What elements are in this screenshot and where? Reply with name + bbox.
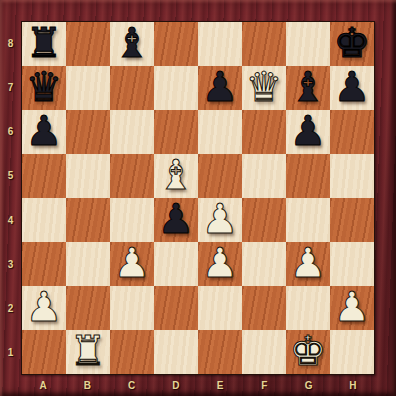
square-g8[interactable] [286, 22, 330, 66]
square-f6[interactable] [242, 110, 286, 154]
square-b2[interactable] [66, 286, 110, 330]
square-e6[interactable] [198, 110, 242, 154]
file-label-g: G [287, 375, 331, 396]
square-f3[interactable] [242, 242, 286, 286]
rank-label-8: 8 [0, 21, 21, 65]
white-pawn-piece[interactable]: ♟ [114, 243, 151, 284]
square-b6[interactable] [66, 110, 110, 154]
square-f1[interactable] [242, 330, 286, 374]
file-label-e: E [198, 375, 242, 396]
square-h1[interactable] [330, 330, 374, 374]
square-e3[interactable]: ♟ [198, 242, 242, 286]
square-b8[interactable] [66, 22, 110, 66]
rank-label-2: 2 [0, 287, 21, 331]
file-label-c: C [110, 375, 154, 396]
square-c6[interactable] [110, 110, 154, 154]
square-c1[interactable] [110, 330, 154, 374]
square-c2[interactable] [110, 286, 154, 330]
square-h3[interactable] [330, 242, 374, 286]
square-d2[interactable] [154, 286, 198, 330]
white-pawn-piece[interactable]: ♟ [26, 287, 63, 328]
file-label-d: D [154, 375, 198, 396]
square-c4[interactable] [110, 198, 154, 242]
square-c7[interactable] [110, 66, 154, 110]
square-d5[interactable]: ♝ [154, 154, 198, 198]
file-label-f: F [242, 375, 286, 396]
black-pawn-piece[interactable]: ♟ [158, 199, 195, 240]
square-f8[interactable] [242, 22, 286, 66]
file-label-a: A [21, 375, 65, 396]
square-g5[interactable] [286, 154, 330, 198]
square-h4[interactable] [330, 198, 374, 242]
square-b3[interactable] [66, 242, 110, 286]
black-rook-piece[interactable]: ♜ [26, 23, 63, 64]
square-f4[interactable] [242, 198, 286, 242]
square-c5[interactable] [110, 154, 154, 198]
square-a5[interactable] [22, 154, 66, 198]
square-e5[interactable] [198, 154, 242, 198]
square-h6[interactable] [330, 110, 374, 154]
chess-board: ♜♝♚♛♟♛♝♟♟♟♝♟♟♟♟♟♟♟♜♚ [21, 21, 375, 375]
square-b7[interactable] [66, 66, 110, 110]
square-a1[interactable] [22, 330, 66, 374]
white-bishop-piece[interactable]: ♝ [158, 155, 195, 196]
black-pawn-piece[interactable]: ♟ [290, 111, 327, 152]
square-d4[interactable]: ♟ [154, 198, 198, 242]
square-d3[interactable] [154, 242, 198, 286]
square-d1[interactable] [154, 330, 198, 374]
square-a3[interactable] [22, 242, 66, 286]
square-d7[interactable] [154, 66, 198, 110]
square-h2[interactable]: ♟ [330, 286, 374, 330]
square-a7[interactable]: ♛ [22, 66, 66, 110]
square-e1[interactable] [198, 330, 242, 374]
black-bishop-piece[interactable]: ♝ [290, 67, 327, 108]
white-king-piece[interactable]: ♚ [290, 331, 327, 372]
square-h5[interactable] [330, 154, 374, 198]
square-e7[interactable]: ♟ [198, 66, 242, 110]
black-pawn-piece[interactable]: ♟ [202, 67, 239, 108]
square-f7[interactable]: ♛ [242, 66, 286, 110]
white-pawn-piece[interactable]: ♟ [202, 243, 239, 284]
square-b5[interactable] [66, 154, 110, 198]
rank-label-7: 7 [0, 65, 21, 109]
white-queen-piece[interactable]: ♛ [246, 67, 283, 108]
square-g7[interactable]: ♝ [286, 66, 330, 110]
black-pawn-piece[interactable]: ♟ [26, 111, 63, 152]
white-rook-piece[interactable]: ♜ [70, 331, 107, 372]
square-h7[interactable]: ♟ [330, 66, 374, 110]
square-g1[interactable]: ♚ [286, 330, 330, 374]
square-d6[interactable] [154, 110, 198, 154]
square-a8[interactable]: ♜ [22, 22, 66, 66]
file-label-h: H [331, 375, 375, 396]
square-e2[interactable] [198, 286, 242, 330]
rank-label-5: 5 [0, 154, 21, 198]
square-a4[interactable] [22, 198, 66, 242]
square-g6[interactable]: ♟ [286, 110, 330, 154]
square-d8[interactable] [154, 22, 198, 66]
square-b1[interactable]: ♜ [66, 330, 110, 374]
rank-label-4: 4 [0, 198, 21, 242]
square-g4[interactable] [286, 198, 330, 242]
white-pawn-piece[interactable]: ♟ [202, 199, 239, 240]
rank-label-1: 1 [0, 331, 21, 375]
black-pawn-piece[interactable]: ♟ [334, 67, 371, 108]
file-label-b: B [65, 375, 109, 396]
square-e4[interactable]: ♟ [198, 198, 242, 242]
black-bishop-piece[interactable]: ♝ [114, 23, 151, 64]
black-king-piece[interactable]: ♚ [334, 23, 371, 64]
white-pawn-piece[interactable]: ♟ [334, 287, 371, 328]
rank-label-6: 6 [0, 110, 21, 154]
square-h8[interactable]: ♚ [330, 22, 374, 66]
square-g2[interactable] [286, 286, 330, 330]
square-f5[interactable] [242, 154, 286, 198]
rank-label-3: 3 [0, 242, 21, 286]
chess-board-frame: ♜♝♚♛♟♛♝♟♟♟♝♟♟♟♟♟♟♟♜♚ 87654321ABCDEFGH [0, 0, 396, 396]
square-g3[interactable]: ♟ [286, 242, 330, 286]
white-pawn-piece[interactable]: ♟ [290, 243, 327, 284]
square-a2[interactable]: ♟ [22, 286, 66, 330]
square-c8[interactable]: ♝ [110, 22, 154, 66]
black-queen-piece[interactable]: ♛ [26, 67, 63, 108]
square-f2[interactable] [242, 286, 286, 330]
square-e8[interactable] [198, 22, 242, 66]
square-b4[interactable] [66, 198, 110, 242]
square-c3[interactable]: ♟ [110, 242, 154, 286]
square-a6[interactable]: ♟ [22, 110, 66, 154]
